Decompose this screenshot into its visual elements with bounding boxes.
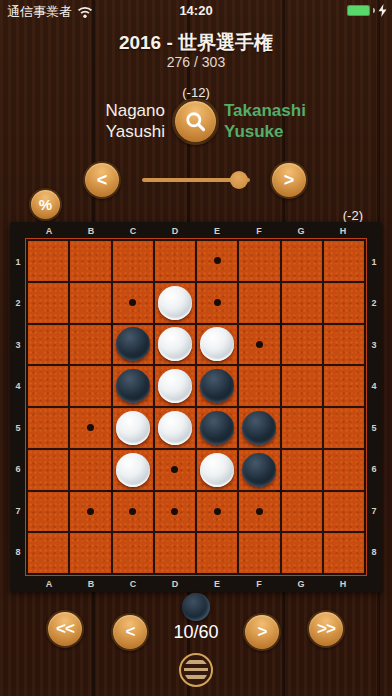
player-name-right: Takanashi Yusuke: [224, 101, 306, 143]
legal-move-dot-f3[interactable]: [256, 341, 263, 348]
board-cell-f4[interactable]: [239, 366, 279, 406]
slider-knob[interactable]: [230, 171, 248, 189]
board-cell-c5[interactable]: [113, 408, 153, 448]
file-label-g: G: [280, 223, 322, 238]
white-disc-d5: [158, 411, 192, 445]
board-cell-e1[interactable]: [197, 241, 237, 281]
magnifier-icon: [183, 109, 209, 135]
legal-move-dot-f7[interactable]: [256, 508, 263, 515]
board-cell-b7[interactable]: [70, 492, 110, 532]
file-label-h: H: [322, 576, 364, 591]
legal-move-dot-e1[interactable]: [214, 257, 221, 264]
black-disc-c3: [116, 327, 150, 361]
game-index-label: 276 / 303: [0, 54, 392, 70]
rank-label-6: 6: [367, 449, 381, 491]
board-cell-h8[interactable]: [324, 533, 364, 573]
menu-icon: [184, 658, 208, 682]
board-cell-a2[interactable]: [28, 283, 68, 323]
board-cell-d5[interactable]: [155, 408, 195, 448]
rank-label-8: 8: [367, 532, 381, 574]
board-cell-d4[interactable]: [155, 366, 195, 406]
board-cell-e6[interactable]: [197, 450, 237, 490]
player-name-left: Nagano Yasushi: [105, 101, 165, 143]
legal-move-dot-b5[interactable]: [87, 424, 94, 431]
black-disc-e4: [200, 369, 234, 403]
board-cell-e2[interactable]: [197, 283, 237, 323]
board-cell-b8[interactable]: [70, 533, 110, 573]
board-cell-g2[interactable]: [282, 283, 322, 323]
file-label-b: B: [70, 576, 112, 591]
file-label-d: D: [154, 576, 196, 591]
board-cell-a6[interactable]: [28, 450, 68, 490]
board-cell-f3[interactable]: [239, 325, 279, 365]
board-cell-d2[interactable]: [155, 283, 195, 323]
board-cell-e3[interactable]: [197, 325, 237, 365]
board-cell-e4[interactable]: [197, 366, 237, 406]
white-disc-e3: [200, 327, 234, 361]
rank-label-3: 3: [11, 324, 25, 366]
black-disc-f5: [242, 411, 276, 445]
rank-label-1: 1: [11, 241, 25, 283]
white-disc-c6: [116, 453, 150, 487]
board-cell-h6[interactable]: [324, 450, 364, 490]
legal-move-dot-d6[interactable]: [171, 466, 178, 473]
file-label-f: F: [238, 576, 280, 591]
board-cell-h4[interactable]: [324, 366, 364, 406]
board-cell-b6[interactable]: [70, 450, 110, 490]
player-right-line1: Takanashi: [224, 101, 306, 122]
board-cell-h1[interactable]: [324, 241, 364, 281]
next-move-nav-button[interactable]: >: [270, 161, 308, 199]
clock: 14:20: [0, 3, 392, 18]
file-label-e: E: [196, 223, 238, 238]
board-cell-c7[interactable]: [113, 492, 153, 532]
board-cell-b5[interactable]: [70, 408, 110, 448]
board-cell-c4[interactable]: [113, 366, 153, 406]
board-cell-c8[interactable]: [113, 533, 153, 573]
player-right-line2: Yusuke: [224, 122, 306, 143]
file-label-c: C: [112, 576, 154, 591]
board-cell-g5[interactable]: [282, 408, 322, 448]
legal-move-dot-e7[interactable]: [214, 508, 221, 515]
board-cell-c3[interactable]: [113, 325, 153, 365]
board-cell-a8[interactable]: [28, 533, 68, 573]
legal-move-dot-e2[interactable]: [214, 299, 221, 306]
file-label-e: E: [196, 576, 238, 591]
board-cell-f5[interactable]: [239, 408, 279, 448]
rank-label-2: 2: [367, 283, 381, 325]
analyze-button[interactable]: [172, 98, 219, 145]
white-disc-d3: [158, 327, 192, 361]
prev-move-button[interactable]: <: [111, 613, 149, 651]
percent-button[interactable]: %: [29, 188, 62, 221]
board-cell-a3[interactable]: [28, 325, 68, 365]
board-cell-g7[interactable]: [282, 492, 322, 532]
last-move-button[interactable]: >>: [307, 610, 345, 648]
white-disc-e6: [200, 453, 234, 487]
board-cell-f8[interactable]: [239, 533, 279, 573]
legal-move-dot-c2[interactable]: [129, 299, 136, 306]
white-disc-d4: [158, 369, 192, 403]
board-cell-g4[interactable]: [282, 366, 322, 406]
board-cell-a5[interactable]: [28, 408, 68, 448]
board-cell-h5[interactable]: [324, 408, 364, 448]
board-cell-e5[interactable]: [197, 408, 237, 448]
turn-indicator-black-disc: [182, 593, 210, 621]
file-label-c: C: [112, 223, 154, 238]
battery-icon: [347, 5, 370, 16]
board-cell-d7[interactable]: [155, 492, 195, 532]
file-label-a: A: [28, 223, 70, 238]
board-cell-c6[interactable]: [113, 450, 153, 490]
board-cell-f7[interactable]: [239, 492, 279, 532]
board-cell-g8[interactable]: [282, 533, 322, 573]
page-title: 2016 - 世界選手権: [0, 30, 392, 56]
rank-label-2: 2: [11, 283, 25, 325]
black-disc-c4: [116, 369, 150, 403]
board-cell-h3[interactable]: [324, 325, 364, 365]
legal-move-dot-b7[interactable]: [87, 508, 94, 515]
rank-label-7: 7: [11, 490, 25, 532]
board-cell-g3[interactable]: [282, 325, 322, 365]
file-label-d: D: [154, 223, 196, 238]
board-cell-f6[interactable]: [239, 450, 279, 490]
file-label-f: F: [238, 223, 280, 238]
board-cell-d3[interactable]: [155, 325, 195, 365]
file-label-h: H: [322, 223, 364, 238]
board-cell-f1[interactable]: [239, 241, 279, 281]
board-cell-h2[interactable]: [324, 283, 364, 323]
board-evaluation-label: (-2): [343, 208, 363, 223]
file-labels-top: ABCDEFGH: [28, 223, 364, 238]
rank-label-5: 5: [11, 407, 25, 449]
board-cell-c1[interactable]: [113, 241, 153, 281]
board-cell-a1[interactable]: [28, 241, 68, 281]
board-cell-a4[interactable]: [28, 366, 68, 406]
file-label-b: B: [70, 223, 112, 238]
board-felt: [25, 238, 367, 576]
white-disc-d2: [158, 286, 192, 320]
board-cell-e7[interactable]: [197, 492, 237, 532]
rank-label-3: 3: [367, 324, 381, 366]
board-cell-b3[interactable]: [70, 325, 110, 365]
menu-button[interactable]: [179, 653, 213, 687]
board-cell-g6[interactable]: [282, 450, 322, 490]
board-cell-d8[interactable]: [155, 533, 195, 573]
battery-cap: [373, 8, 375, 13]
board-cell-b2[interactable]: [70, 283, 110, 323]
board-cell-b1[interactable]: [70, 241, 110, 281]
legal-move-dot-c7[interactable]: [129, 508, 136, 515]
rank-label-7: 7: [367, 490, 381, 532]
file-labels-bottom: ABCDEFGH: [28, 576, 364, 591]
rank-label-6: 6: [11, 449, 25, 491]
legal-move-dot-d7[interactable]: [171, 508, 178, 515]
file-label-g: G: [280, 576, 322, 591]
rank-labels-left: 12345678: [11, 241, 25, 573]
black-disc-f6: [242, 453, 276, 487]
file-label-a: A: [28, 576, 70, 591]
board-cell-c2[interactable]: [113, 283, 153, 323]
board-cell-d1[interactable]: [155, 241, 195, 281]
board-cell-h7[interactable]: [324, 492, 364, 532]
board-cell-b4[interactable]: [70, 366, 110, 406]
board-cell-a7[interactable]: [28, 492, 68, 532]
rank-label-8: 8: [11, 532, 25, 574]
board-cell-d6[interactable]: [155, 450, 195, 490]
board-cell-g1[interactable]: [282, 241, 322, 281]
prev-move-nav-button[interactable]: <: [83, 161, 121, 199]
rank-labels-right: 12345678: [367, 241, 381, 573]
status-bar: 通信事業者 14:20: [0, 0, 392, 22]
next-move-button[interactable]: >: [243, 613, 281, 651]
board-grid: [28, 241, 364, 573]
white-disc-c5: [116, 411, 150, 445]
player-left-line1: Nagano: [105, 101, 165, 122]
othello-board: ABCDEFGH ABCDEFGH 12345678 12345678: [10, 222, 382, 592]
position-slider[interactable]: [142, 178, 250, 182]
rank-label-1: 1: [367, 241, 381, 283]
battery-indicator: [347, 4, 387, 17]
board-cell-e8[interactable]: [197, 533, 237, 573]
rank-label-5: 5: [367, 407, 381, 449]
black-disc-e5: [200, 411, 234, 445]
board-cell-f2[interactable]: [239, 283, 279, 323]
rank-label-4: 4: [367, 366, 381, 408]
charging-bolt-icon: [378, 4, 387, 17]
player-left-line2: Yasushi: [105, 122, 165, 143]
first-move-button[interactable]: <<: [46, 610, 84, 648]
rank-label-4: 4: [11, 366, 25, 408]
